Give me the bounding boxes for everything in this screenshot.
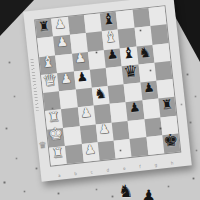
square-d6[interactable]: ♛ [122, 64, 140, 84]
square-f6[interactable]: ♟ [126, 101, 144, 121]
file-label-h: h [171, 160, 174, 166]
vinyl-chess-mat: ♛ ♜♟♝♟♝♝♟♟♝♞♛♟♟♛♞♟♜♟♟♜♚♟♜♟♚ abcdefgh [23, 0, 192, 182]
square-d5[interactable] [106, 66, 124, 86]
captured-black-knight[interactable]: ♞ [118, 183, 133, 200]
square-e5[interactable] [108, 84, 126, 104]
black-rook[interactable]: ♜ [35, 16, 53, 36]
black-pawn[interactable]: ♟ [104, 45, 122, 65]
square-d3[interactable]: ♟ [73, 70, 91, 90]
square-g6[interactable] [128, 119, 146, 139]
crown-logo-icon: ♛ [38, 140, 47, 151]
square-f5[interactable] [110, 102, 128, 122]
black-king[interactable]: ♚ [162, 131, 180, 151]
square-h8[interactable]: ♚ [162, 133, 180, 153]
square-f8[interactable]: ♜ [158, 97, 176, 117]
white-pawn[interactable]: ♟ [51, 14, 69, 34]
file-label-e: e [123, 165, 126, 171]
square-g5[interactable] [112, 120, 130, 140]
black-knight[interactable]: ♞ [136, 42, 154, 62]
square-f7[interactable] [142, 99, 160, 119]
square-e4[interactable]: ♞ [92, 86, 110, 106]
square-h7[interactable] [146, 135, 164, 155]
square-e2[interactable] [59, 89, 77, 109]
square-g4[interactable]: ♟ [96, 122, 114, 142]
file-label-b: b [74, 171, 77, 177]
black-pawn[interactable]: ♟ [73, 67, 91, 87]
square-h3[interactable]: ♟ [81, 142, 99, 162]
side-border-print [30, 59, 39, 111]
square-e7[interactable]: ♟ [140, 81, 158, 101]
square-h6[interactable] [130, 137, 148, 157]
file-label-c: c [90, 169, 93, 175]
square-a7[interactable] [132, 8, 150, 28]
black-rook[interactable]: ♜ [158, 95, 176, 115]
square-d8[interactable] [154, 61, 172, 81]
file-label-a: a [58, 172, 61, 178]
square-c7[interactable]: ♞ [136, 44, 154, 64]
square-a8[interactable] [148, 6, 166, 26]
square-f2[interactable] [61, 108, 79, 128]
white-king[interactable]: ♚ [47, 125, 65, 145]
square-h2[interactable] [65, 144, 83, 164]
square-g2[interactable] [63, 126, 81, 146]
file-label-d: d [106, 167, 109, 173]
board-grid: ♜♟♝♟♝♝♟♟♝♞♛♟♟♛♞♟♜♟♟♜♚♟♜♟♚ [34, 5, 181, 166]
file-label-g: g [154, 162, 157, 168]
square-a6[interactable] [116, 10, 134, 30]
white-pawn[interactable]: ♟ [57, 69, 75, 89]
square-a4[interactable] [84, 13, 102, 33]
file-label-f: f [139, 164, 141, 170]
square-h5[interactable] [114, 139, 132, 159]
square-b8[interactable] [150, 25, 168, 45]
square-a3[interactable] [68, 15, 86, 35]
black-pawn[interactable]: ♟ [126, 98, 144, 118]
black-bishop[interactable]: ♝ [100, 9, 118, 29]
white-bishop[interactable]: ♝ [102, 27, 120, 47]
square-h1[interactable]: ♜ [49, 146, 67, 166]
chessboard-photo: ♛ ♜♟♝♟♝♝♟♟♝♞♛♟♟♛♞♟♜♟♟♜♚♟♜♟♚ abcdefgh ♞♟ [0, 0, 200, 200]
white-queen[interactable]: ♛ [41, 71, 59, 91]
square-d2[interactable]: ♟ [57, 71, 75, 91]
square-c4[interactable] [88, 50, 106, 70]
white-pawn[interactable]: ♟ [71, 49, 89, 69]
square-c8[interactable] [152, 43, 170, 63]
white-pawn[interactable]: ♟ [81, 140, 99, 160]
white-pawn[interactable]: ♟ [77, 103, 95, 123]
black-knight[interactable]: ♞ [91, 83, 109, 103]
square-b4[interactable] [86, 32, 104, 52]
white-rook[interactable]: ♜ [49, 143, 67, 163]
square-g7[interactable] [144, 117, 162, 137]
white-pawn[interactable]: ♟ [95, 120, 113, 140]
black-pawn[interactable]: ♟ [140, 78, 158, 98]
square-f3[interactable]: ♟ [77, 106, 95, 126]
square-a1[interactable]: ♜ [35, 19, 53, 39]
square-c5[interactable]: ♟ [104, 48, 122, 68]
black-queen[interactable]: ♛ [122, 62, 140, 82]
square-d1[interactable]: ♛ [41, 73, 59, 93]
captured-black-pawn[interactable]: ♟ [141, 188, 156, 200]
square-h4[interactable] [97, 140, 115, 160]
photo-grain-overlay [0, 0, 1, 1]
square-b2[interactable]: ♟ [53, 35, 71, 55]
white-pawn[interactable]: ♟ [53, 33, 71, 53]
